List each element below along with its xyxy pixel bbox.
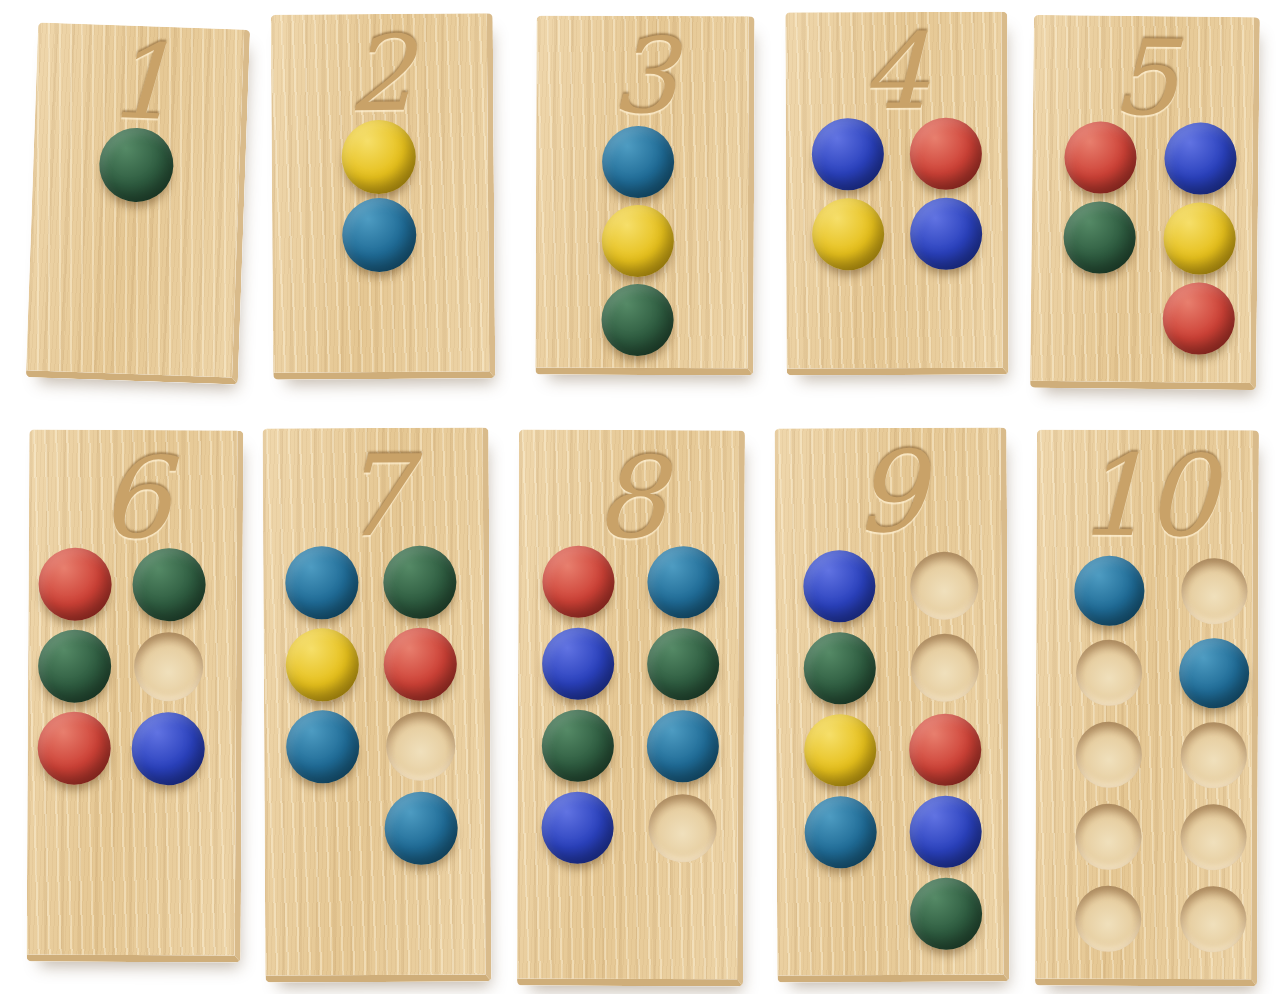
ball-blue[interactable] <box>909 796 981 868</box>
ball-red[interactable] <box>910 118 982 190</box>
ball-teal[interactable] <box>285 546 358 619</box>
ball-green[interactable] <box>804 632 876 704</box>
hole-grid <box>98 127 175 204</box>
empty-hole[interactable] <box>1076 640 1142 706</box>
empty-hole[interactable] <box>910 552 978 620</box>
ball-red[interactable] <box>38 711 111 784</box>
no-hole <box>1062 281 1135 354</box>
ball-yellow[interactable] <box>804 714 876 786</box>
board-10: 10 <box>1035 430 1259 987</box>
board-7: 7 <box>263 427 492 982</box>
board-6: 6 <box>27 429 244 962</box>
hole-grid <box>1073 556 1249 955</box>
board-9: 9 <box>775 427 1010 982</box>
ball-yellow[interactable] <box>1163 202 1236 275</box>
ball-teal[interactable] <box>804 796 876 868</box>
engraved-number: 4 <box>785 20 1001 125</box>
board-1: 1 <box>26 22 250 384</box>
empty-hole[interactable] <box>1181 722 1247 788</box>
board-5: 5 <box>1030 15 1260 390</box>
ball-green[interactable] <box>910 878 982 950</box>
ball-red[interactable] <box>384 628 457 701</box>
ball-blue[interactable] <box>542 628 614 700</box>
engraved-number: 3 <box>536 24 748 129</box>
ball-teal[interactable] <box>286 710 359 783</box>
ball-teal[interactable] <box>1179 638 1249 708</box>
hole-grid <box>341 120 416 273</box>
ball-yellow[interactable] <box>602 205 674 277</box>
board-2: 2 <box>271 13 496 380</box>
hole-grid <box>812 118 983 271</box>
ball-red[interactable] <box>542 546 614 618</box>
empty-hole[interactable] <box>1180 886 1246 952</box>
hole-grid <box>601 126 674 356</box>
counting-boards-scene: 12345678910 <box>0 0 1280 994</box>
empty-hole[interactable] <box>1075 804 1141 870</box>
ball-blue[interactable] <box>812 118 884 190</box>
ball-blue[interactable] <box>541 792 613 864</box>
ball-green[interactable] <box>38 629 111 702</box>
ball-green[interactable] <box>132 548 205 621</box>
empty-hole[interactable] <box>1075 886 1141 952</box>
ball-yellow[interactable] <box>812 198 884 270</box>
ball-teal[interactable] <box>342 198 417 273</box>
hole-grid <box>285 546 458 866</box>
ball-red[interactable] <box>1162 282 1235 355</box>
ball-green[interactable] <box>1063 201 1136 274</box>
ball-green[interactable] <box>98 127 175 204</box>
ball-blue[interactable] <box>132 712 205 785</box>
board-3: 3 <box>535 16 754 376</box>
hole-grid <box>1062 121 1236 355</box>
empty-hole[interactable] <box>1181 558 1247 624</box>
engraved-number: 5 <box>1033 25 1254 131</box>
empty-hole[interactable] <box>1180 804 1246 870</box>
no-hole <box>805 878 877 950</box>
ball-blue[interactable] <box>803 550 875 622</box>
ball-teal[interactable] <box>1074 556 1144 626</box>
engraved-number: 8 <box>519 442 739 555</box>
empty-hole[interactable] <box>648 794 716 862</box>
ball-blue[interactable] <box>910 198 982 270</box>
empty-hole[interactable] <box>1076 722 1142 788</box>
ball-teal[interactable] <box>384 792 457 865</box>
ball-teal[interactable] <box>647 546 719 618</box>
engraved-number: 2 <box>271 21 488 127</box>
ball-green[interactable] <box>542 710 614 782</box>
empty-hole[interactable] <box>386 712 455 781</box>
no-hole <box>286 792 359 865</box>
empty-hole[interactable] <box>134 632 203 701</box>
ball-green[interactable] <box>383 546 456 619</box>
engraved-number: 1 <box>34 26 244 137</box>
ball-red[interactable] <box>1064 121 1137 194</box>
ball-teal[interactable] <box>602 126 674 198</box>
hole-grid <box>541 546 719 865</box>
board-4: 4 <box>785 12 1008 376</box>
engraved-number: 6 <box>29 441 238 554</box>
ball-green[interactable] <box>647 628 719 700</box>
ball-yellow[interactable] <box>286 628 359 701</box>
hole-grid <box>803 550 982 951</box>
ball-red[interactable] <box>909 714 981 786</box>
ball-teal[interactable] <box>647 710 719 782</box>
hole-grid <box>38 547 206 785</box>
engraved-number: 7 <box>263 439 484 552</box>
board-8: 8 <box>517 430 745 987</box>
ball-green[interactable] <box>601 284 673 356</box>
engraved-number: 9 <box>775 435 1002 548</box>
ball-blue[interactable] <box>1164 122 1237 195</box>
ball-yellow[interactable] <box>341 120 416 195</box>
engraved-number: 10 <box>1037 440 1253 553</box>
ball-red[interactable] <box>38 547 111 620</box>
empty-hole[interactable] <box>911 634 979 702</box>
